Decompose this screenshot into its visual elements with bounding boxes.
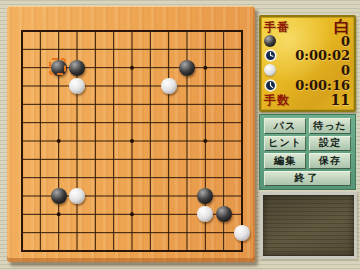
white-stone <box>161 78 177 94</box>
info-panel: 手番 白 0 0:00:02 0 0:00:16 手数 11 <box>259 15 356 112</box>
black-captures-row: 0 <box>264 34 350 49</box>
black-stone-icon <box>264 35 276 47</box>
turn-row: 手番 白 <box>264 19 350 34</box>
white-time-value: 0:00:16 <box>295 79 350 92</box>
white-stone-icon <box>264 64 276 76</box>
white-captures-row: 0 <box>264 63 350 78</box>
board-play-area[interactable] <box>22 31 242 251</box>
tatami-background: { "game": "go", "board": { "size": 13, "… <box>0 0 360 270</box>
button-panel: パス 待った ヒント 設定 編集 保存 終了 <box>259 114 356 190</box>
black-stone <box>179 60 195 76</box>
turn-label: 手番 <box>264 21 290 33</box>
white-stone <box>69 78 85 94</box>
black-clock-icon <box>264 49 277 62</box>
star-point <box>130 212 134 216</box>
turn-value: 白 <box>334 19 350 35</box>
black-stone <box>69 60 85 76</box>
go-board[interactable] <box>7 6 255 262</box>
white-stone <box>234 225 250 241</box>
star-point <box>130 139 134 143</box>
pass-button[interactable]: パス <box>264 118 306 134</box>
star-point <box>57 212 61 216</box>
quit-button[interactable]: 終了 <box>264 171 351 187</box>
moves-value: 11 <box>331 93 350 107</box>
last-move-marker <box>49 58 66 75</box>
star-point <box>57 139 61 143</box>
black-time-row: 0:00:02 <box>264 49 350 64</box>
star-point <box>203 66 207 70</box>
white-captures-value: 0 <box>341 64 350 77</box>
edit-button[interactable]: 編集 <box>264 153 306 169</box>
star-point <box>130 66 134 70</box>
black-captures-value: 0 <box>341 35 350 48</box>
white-time-row: 0:00:16 <box>264 78 350 93</box>
save-button[interactable]: 保存 <box>309 153 351 169</box>
black-stone <box>216 206 232 222</box>
white-stone <box>69 188 85 204</box>
settings-button[interactable]: 設定 <box>309 136 351 152</box>
undo-button[interactable]: 待った <box>309 118 351 134</box>
black-stone <box>51 188 67 204</box>
black-time-value: 0:00:02 <box>295 49 350 62</box>
star-point <box>203 139 207 143</box>
hint-button[interactable]: ヒント <box>264 136 306 152</box>
moves-label: 手数 <box>264 94 290 106</box>
white-clock-icon <box>264 79 277 92</box>
moves-row: 手数 11 <box>264 92 350 107</box>
capture-tray <box>260 192 357 259</box>
